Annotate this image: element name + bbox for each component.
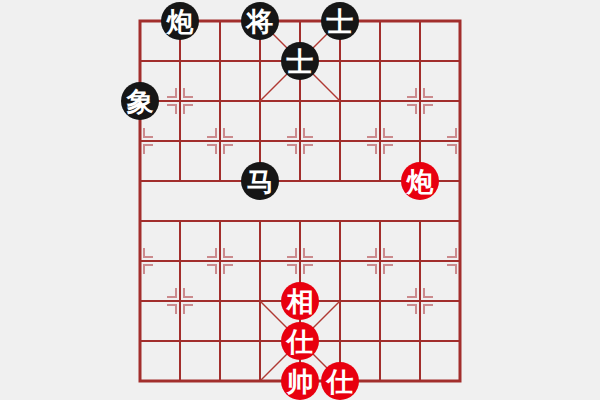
piece-black-advisor-a[interactable]: 士 [321,2,359,40]
piece-layer: 炮将士士象马炮相仕帅仕 [120,1,480,400]
piece-black-elephant[interactable]: 象 [121,82,159,120]
piece-black-general[interactable]: 将 [241,2,279,40]
piece-red-general[interactable]: 帅 [281,362,319,400]
piece-red-advisor-a[interactable]: 仕 [281,322,319,360]
piece-red-cannon[interactable]: 炮 [401,162,439,200]
piece-red-advisor-b[interactable]: 仕 [321,362,359,400]
piece-black-advisor-b[interactable]: 士 [281,42,319,80]
piece-black-horse[interactable]: 马 [241,162,279,200]
piece-black-cannon[interactable]: 炮 [161,2,199,40]
xiangqi-board: 炮将士士象马炮相仕帅仕 [0,0,600,400]
piece-red-elephant[interactable]: 相 [281,282,319,320]
